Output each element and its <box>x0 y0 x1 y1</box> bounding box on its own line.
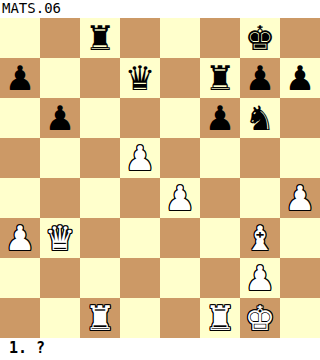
title-bar: MATS.06 <box>0 0 320 18</box>
square-c6[interactable] <box>80 98 120 138</box>
piece-bP-b6: ♟ <box>45 98 75 138</box>
square-b3[interactable]: ♛ <box>40 218 80 258</box>
square-h4[interactable]: ♟ <box>280 178 320 218</box>
square-e7[interactable] <box>160 58 200 98</box>
square-a3[interactable]: ♟ <box>0 218 40 258</box>
piece-bP-h7: ♟ <box>285 58 315 98</box>
square-a2[interactable] <box>0 258 40 298</box>
square-d4[interactable] <box>120 178 160 218</box>
piece-wP-g2: ♟ <box>245 258 275 298</box>
square-g7[interactable]: ♟ <box>240 58 280 98</box>
square-b2[interactable] <box>40 258 80 298</box>
square-h1[interactable] <box>280 298 320 338</box>
square-f4[interactable] <box>200 178 240 218</box>
square-f3[interactable] <box>200 218 240 258</box>
square-h7[interactable]: ♟ <box>280 58 320 98</box>
square-c2[interactable] <box>80 258 120 298</box>
chess-board: ♜♚♟♛♜♟♟♟♟♞♟♟♟♟♛♝♟♜♜♚ <box>0 18 320 338</box>
square-b8[interactable] <box>40 18 80 58</box>
piece-wK-g1: ♚ <box>245 298 275 338</box>
piece-bN-g6: ♞ <box>245 98 275 138</box>
square-f6[interactable]: ♟ <box>200 98 240 138</box>
piece-bK-g8: ♚ <box>245 18 275 58</box>
square-c1[interactable]: ♜ <box>80 298 120 338</box>
square-e6[interactable] <box>160 98 200 138</box>
piece-bR-c8: ♜ <box>85 18 115 58</box>
square-f8[interactable] <box>200 18 240 58</box>
square-e2[interactable] <box>160 258 200 298</box>
square-g2[interactable]: ♟ <box>240 258 280 298</box>
square-b5[interactable] <box>40 138 80 178</box>
piece-bP-f6: ♟ <box>205 98 235 138</box>
square-h2[interactable] <box>280 258 320 298</box>
chess-puzzle-screen: MATS.06 ♜♚♟♛♜♟♟♟♟♞♟♟♟♟♛♝♟♜♜♚ 1. ? <box>0 0 320 360</box>
move-prompt: 1. ? <box>9 339 45 357</box>
piece-bQ-d7: ♛ <box>125 58 155 98</box>
square-g6[interactable]: ♞ <box>240 98 280 138</box>
piece-wP-e4: ♟ <box>165 178 195 218</box>
piece-bP-g7: ♟ <box>245 58 275 98</box>
square-f5[interactable] <box>200 138 240 178</box>
piece-wR-c1: ♜ <box>85 298 115 338</box>
square-c8[interactable]: ♜ <box>80 18 120 58</box>
square-b1[interactable] <box>40 298 80 338</box>
square-d1[interactable] <box>120 298 160 338</box>
square-f1[interactable]: ♜ <box>200 298 240 338</box>
square-e1[interactable] <box>160 298 200 338</box>
square-h6[interactable] <box>280 98 320 138</box>
square-c3[interactable] <box>80 218 120 258</box>
square-a6[interactable] <box>0 98 40 138</box>
square-b7[interactable] <box>40 58 80 98</box>
square-d5[interactable]: ♟ <box>120 138 160 178</box>
piece-wB-g3: ♝ <box>245 218 275 258</box>
square-d3[interactable] <box>120 218 160 258</box>
square-e8[interactable] <box>160 18 200 58</box>
square-a1[interactable] <box>0 298 40 338</box>
piece-bR-f7: ♜ <box>205 58 235 98</box>
square-g4[interactable] <box>240 178 280 218</box>
puzzle-title: MATS.06 <box>2 0 61 16</box>
square-e3[interactable] <box>160 218 200 258</box>
move-bar: 1. ? <box>0 338 320 360</box>
square-a5[interactable] <box>0 138 40 178</box>
square-d6[interactable] <box>120 98 160 138</box>
square-h3[interactable] <box>280 218 320 258</box>
piece-bP-a7: ♟ <box>5 58 35 98</box>
square-e4[interactable]: ♟ <box>160 178 200 218</box>
square-b6[interactable]: ♟ <box>40 98 80 138</box>
square-h8[interactable] <box>280 18 320 58</box>
square-f7[interactable]: ♜ <box>200 58 240 98</box>
piece-wP-h4: ♟ <box>285 178 315 218</box>
piece-wQ-b3: ♛ <box>45 218 75 258</box>
square-b4[interactable] <box>40 178 80 218</box>
square-d8[interactable] <box>120 18 160 58</box>
square-d2[interactable] <box>120 258 160 298</box>
square-c7[interactable] <box>80 58 120 98</box>
square-g5[interactable] <box>240 138 280 178</box>
square-g3[interactable]: ♝ <box>240 218 280 258</box>
square-d7[interactable]: ♛ <box>120 58 160 98</box>
piece-wP-a3: ♟ <box>5 218 35 258</box>
square-a7[interactable]: ♟ <box>0 58 40 98</box>
square-e5[interactable] <box>160 138 200 178</box>
square-h5[interactable] <box>280 138 320 178</box>
square-c4[interactable] <box>80 178 120 218</box>
square-g8[interactable]: ♚ <box>240 18 280 58</box>
square-g1[interactable]: ♚ <box>240 298 280 338</box>
piece-wP-d5: ♟ <box>125 138 155 178</box>
piece-wR-f1: ♜ <box>205 298 235 338</box>
square-c5[interactable] <box>80 138 120 178</box>
square-f2[interactable] <box>200 258 240 298</box>
square-a8[interactable] <box>0 18 40 58</box>
square-a4[interactable] <box>0 178 40 218</box>
